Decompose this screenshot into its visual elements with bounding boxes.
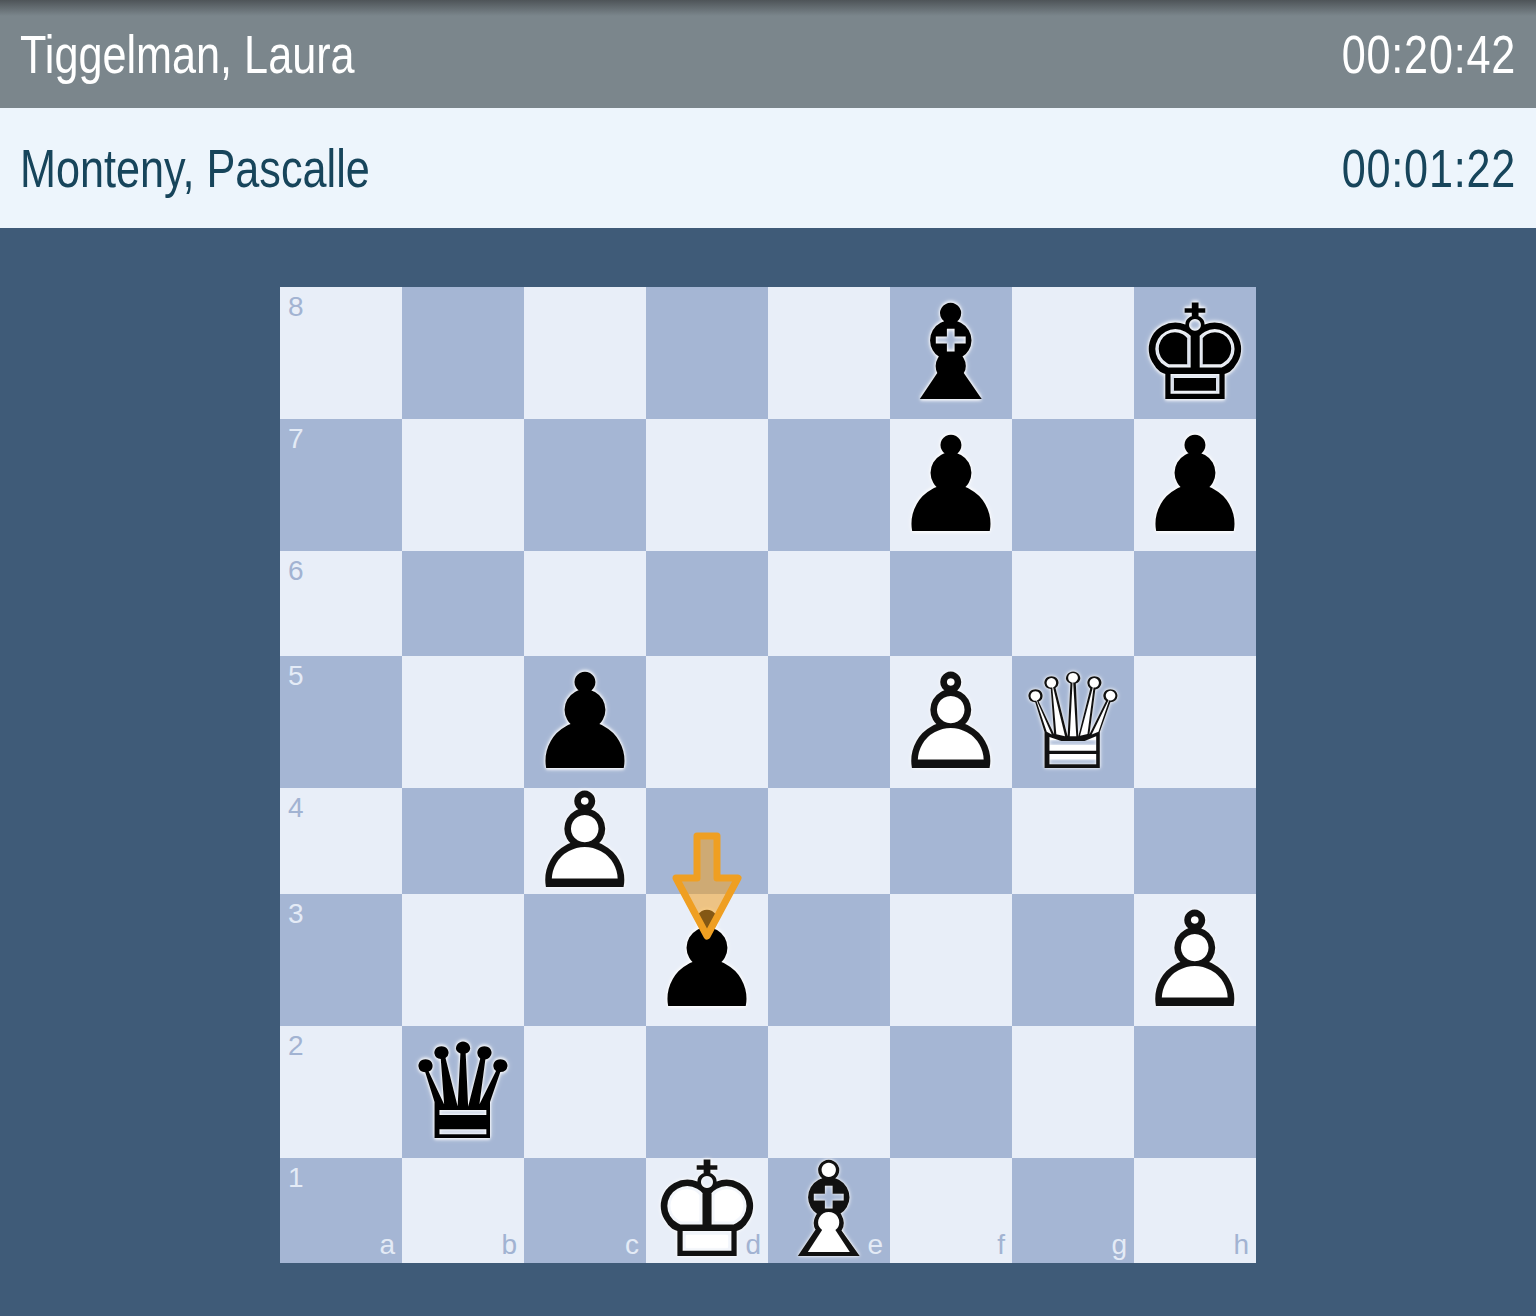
piece-outline: ♗ [768,1158,890,1263]
square-d5[interactable] [646,656,768,788]
square-a1[interactable]: 1a [280,1158,402,1263]
player-name-top: Tiggelman, Laura [20,23,355,85]
square-f4[interactable] [890,788,1012,893]
square-d7[interactable] [646,419,768,551]
square-b3[interactable] [402,894,524,1026]
piece-black-king-h8[interactable]: ♚ [1134,287,1256,419]
square-f2[interactable] [890,1026,1012,1158]
square-d3[interactable]: ♟ [646,894,768,1026]
square-h4[interactable] [1134,788,1256,893]
square-h8[interactable]: ♚ [1134,287,1256,419]
square-g1[interactable]: g [1012,1158,1134,1263]
square-f8[interactable]: ♝ [890,287,1012,419]
file-label-g: g [1111,1231,1127,1259]
square-b4[interactable] [402,788,524,893]
square-g5[interactable]: ♛♕ [1012,656,1134,788]
piece-white-pawn-f5[interactable]: ♟♙ [890,656,1012,788]
square-c7[interactable] [524,419,646,551]
app-root: Tiggelman, Laura 00:20:42 Monteny, Pasca… [0,0,1536,1263]
square-e6[interactable] [768,551,890,656]
square-h3[interactable]: ♟♙ [1134,894,1256,1026]
square-f3[interactable] [890,894,1012,1026]
square-h5[interactable] [1134,656,1256,788]
piece-white-pawn-c4[interactable]: ♟♙ [524,788,646,893]
square-a8[interactable]: 8 [280,287,402,419]
square-b5[interactable] [402,656,524,788]
square-a5[interactable]: 5 [280,656,402,788]
file-label-c: c [625,1231,639,1259]
file-label-h: h [1233,1231,1249,1259]
square-d1[interactable]: d♚♔ [646,1158,768,1263]
square-a4[interactable]: 4 [280,788,402,893]
square-d4[interactable] [646,788,768,893]
rank-label-2: 2 [288,1032,304,1060]
rank-label-7: 7 [288,425,304,453]
piece-white-king-d1[interactable]: ♚♔ [646,1158,768,1263]
rank-label-8: 8 [288,293,304,321]
square-f6[interactable] [890,551,1012,656]
square-f5[interactable]: ♟♙ [890,656,1012,788]
piece-white-queen-g5[interactable]: ♛♕ [1012,656,1134,788]
player-clock-bottom: 00:01:22 [1341,137,1516,199]
square-e1[interactable]: e♝♗ [768,1158,890,1263]
square-g8[interactable] [1012,287,1134,419]
square-h2[interactable] [1134,1026,1256,1158]
piece-black-queen-b2[interactable]: ♛ [402,1026,524,1158]
file-label-a: a [379,1231,395,1259]
piece-white-bishop-e1[interactable]: ♝♗ [768,1158,890,1263]
square-c4[interactable]: ♟♙ [524,788,646,893]
square-f1[interactable]: f [890,1158,1012,1263]
square-c1[interactable]: c [524,1158,646,1263]
rank-label-1: 1 [288,1164,304,1192]
board-container: 8♝♚7♟♟65♟♟♙♛♕4♟♙3♟♟♙2♛1abcd♚♔e♝♗fgh [280,287,1256,1263]
file-label-f: f [997,1231,1005,1259]
square-e4[interactable] [768,788,890,893]
square-b2[interactable]: ♛ [402,1026,524,1158]
square-g2[interactable] [1012,1026,1134,1158]
square-b8[interactable] [402,287,524,419]
piece-outline: ♙ [524,788,646,893]
rank-label-4: 4 [288,794,304,822]
square-h6[interactable] [1134,551,1256,656]
square-a3[interactable]: 3 [280,894,402,1026]
piece-outline: ♙ [890,656,1012,788]
square-d6[interactable] [646,551,768,656]
square-g3[interactable] [1012,894,1134,1026]
square-e7[interactable] [768,419,890,551]
square-e5[interactable] [768,656,890,788]
piece-black-pawn-f7[interactable]: ♟ [890,419,1012,551]
square-f7[interactable]: ♟ [890,419,1012,551]
square-b1[interactable]: b [402,1158,524,1263]
chess-board: 8♝♚7♟♟65♟♟♙♛♕4♟♙3♟♟♙2♛1abcd♚♔e♝♗fgh [280,287,1256,1263]
player-bar-bottom: Monteny, Pascalle 00:01:22 [0,108,1536,228]
file-label-b: b [501,1231,517,1259]
piece-outline: ♙ [1134,894,1256,1026]
square-a6[interactable]: 6 [280,551,402,656]
piece-outline: ♔ [646,1158,768,1263]
piece-white-pawn-h3[interactable]: ♟♙ [1134,894,1256,1026]
square-e8[interactable] [768,287,890,419]
square-g6[interactable] [1012,551,1134,656]
square-d8[interactable] [646,287,768,419]
square-c2[interactable] [524,1026,646,1158]
rank-label-3: 3 [288,900,304,928]
square-c6[interactable] [524,551,646,656]
square-h7[interactable]: ♟ [1134,419,1256,551]
rank-label-5: 5 [288,662,304,690]
piece-outline: ♕ [1012,656,1134,788]
square-g7[interactable] [1012,419,1134,551]
square-a7[interactable]: 7 [280,419,402,551]
player-clock-top: 00:20:42 [1341,23,1516,85]
square-g4[interactable] [1012,788,1134,893]
square-a2[interactable]: 2 [280,1026,402,1158]
player-bar-top: Tiggelman, Laura 00:20:42 [0,0,1536,108]
player-name-bottom: Monteny, Pascalle [20,137,370,199]
square-h1[interactable]: h [1134,1158,1256,1263]
piece-black-bishop-f8[interactable]: ♝ [890,287,1012,419]
rank-label-6: 6 [288,557,304,585]
square-b6[interactable] [402,551,524,656]
piece-black-pawn-h7[interactable]: ♟ [1134,419,1256,551]
square-e3[interactable] [768,894,890,1026]
piece-black-pawn-d3[interactable]: ♟ [646,894,768,1026]
square-c8[interactable] [524,287,646,419]
square-b7[interactable] [402,419,524,551]
